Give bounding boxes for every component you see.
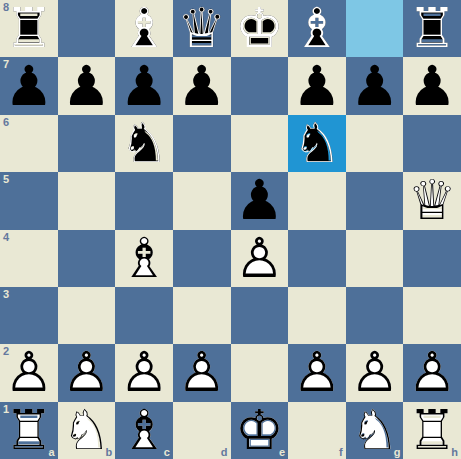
black-piece-outline-glyph: ♕ [173, 0, 231, 57]
square-g2[interactable]: ♟♙ [346, 344, 404, 401]
square-d7[interactable]: ♟ [173, 57, 231, 114]
square-e1[interactable]: e♚♔ [231, 402, 289, 459]
square-a6[interactable]: 6 [0, 115, 58, 172]
square-b1[interactable]: b♞♘ [58, 402, 116, 459]
square-a5[interactable]: 5 [0, 172, 58, 229]
rank-label-5: 5 [3, 173, 9, 185]
black-piece-outline-glyph: ♘ [115, 115, 173, 172]
piece-white-queen[interactable]: ♛♕ [403, 172, 461, 229]
square-g3[interactable] [346, 287, 404, 344]
square-e2[interactable] [231, 344, 289, 401]
square-f7[interactable]: ♟ [288, 57, 346, 114]
white-piece-outline-glyph: ♕ [403, 172, 461, 229]
white-piece-fill-glyph: ♞ [346, 402, 404, 459]
square-g1[interactable]: g♞♘ [346, 402, 404, 459]
white-piece-fill-glyph: ♝ [115, 230, 173, 287]
black-piece-fill-glyph: ♛ [173, 0, 231, 57]
piece-white-pawn[interactable]: ♟♙ [288, 344, 346, 401]
piece-white-knight[interactable]: ♞♘ [58, 402, 116, 459]
piece-black-pawn[interactable]: ♟ [346, 57, 404, 114]
black-piece-fill-glyph: ♝ [115, 0, 173, 57]
white-piece-fill-glyph: ♟ [403, 344, 461, 401]
square-g6[interactable] [346, 115, 404, 172]
white-piece-outline-glyph: ♙ [173, 344, 231, 401]
file-label-d: d [221, 446, 228, 458]
white-piece-outline-glyph: ♔ [231, 402, 289, 459]
piece-black-rook[interactable]: ♜♖ [403, 0, 461, 57]
white-piece-fill-glyph: ♟ [115, 344, 173, 401]
piece-white-pawn[interactable]: ♟♙ [115, 344, 173, 401]
white-piece-fill-glyph: ♛ [403, 172, 461, 229]
square-e4[interactable]: ♟♙ [231, 230, 289, 287]
square-e6[interactable] [231, 115, 289, 172]
black-piece-outline-glyph: ♖ [0, 0, 58, 57]
black-piece-outline-glyph: ♗ [115, 0, 173, 57]
white-piece-outline-glyph: ♗ [115, 402, 173, 459]
square-c7[interactable]: ♟ [115, 57, 173, 114]
black-piece-fill-glyph: ♟ [403, 57, 461, 114]
square-h4[interactable] [403, 230, 461, 287]
square-a3[interactable]: 3 [0, 287, 58, 344]
black-piece-outline-glyph: ♔ [231, 0, 289, 57]
square-a4[interactable]: 4 [0, 230, 58, 287]
white-piece-outline-glyph: ♘ [58, 402, 116, 459]
piece-white-rook[interactable]: ♜♖ [403, 402, 461, 459]
white-piece-fill-glyph: ♜ [403, 402, 461, 459]
white-piece-outline-glyph: ♗ [115, 230, 173, 287]
piece-black-pawn[interactable]: ♟ [403, 57, 461, 114]
square-e3[interactable] [231, 287, 289, 344]
white-piece-fill-glyph: ♝ [115, 402, 173, 459]
white-piece-outline-glyph: ♖ [0, 402, 58, 459]
square-c4[interactable]: ♝♗ [115, 230, 173, 287]
square-f8[interactable]: ♝♗ [288, 0, 346, 57]
square-b2[interactable]: ♟♙ [58, 344, 116, 401]
piece-white-pawn[interactable]: ♟♙ [346, 344, 404, 401]
square-h5[interactable]: ♛♕ [403, 172, 461, 229]
piece-white-pawn[interactable]: ♟♙ [403, 344, 461, 401]
black-piece-fill-glyph: ♝ [288, 0, 346, 57]
square-f4[interactable] [288, 230, 346, 287]
white-piece-outline-glyph: ♙ [115, 344, 173, 401]
square-c8[interactable]: ♝♗ [115, 0, 173, 57]
square-d6[interactable] [173, 115, 231, 172]
white-piece-outline-glyph: ♙ [58, 344, 116, 401]
black-piece-fill-glyph: ♟ [0, 57, 58, 114]
white-piece-fill-glyph: ♟ [346, 344, 404, 401]
square-a8[interactable]: 8♜♖ [0, 0, 58, 57]
white-piece-outline-glyph: ♙ [288, 344, 346, 401]
square-c5[interactable] [115, 172, 173, 229]
square-g4[interactable] [346, 230, 404, 287]
black-piece-fill-glyph: ♜ [403, 0, 461, 57]
black-piece-fill-glyph: ♜ [0, 0, 58, 57]
piece-white-pawn[interactable]: ♟♙ [0, 344, 58, 401]
black-piece-fill-glyph: ♟ [173, 57, 231, 114]
square-f2[interactable]: ♟♙ [288, 344, 346, 401]
white-piece-fill-glyph: ♟ [58, 344, 116, 401]
square-a2[interactable]: 2♟♙ [0, 344, 58, 401]
chess-board: 8♜♖♝♗♛♕♚♔♝♗♜♖7♟♟♟♟♟♟♟6♞♘♞♘5♟♛♕4♝♗♟♙32♟♙♟… [0, 0, 461, 459]
square-f3[interactable] [288, 287, 346, 344]
black-piece-fill-glyph: ♞ [288, 115, 346, 172]
black-piece-fill-glyph: ♟ [231, 172, 289, 229]
black-piece-outline-glyph: ♖ [403, 0, 461, 57]
piece-black-knight[interactable]: ♞♘ [115, 115, 173, 172]
piece-white-pawn[interactable]: ♟♙ [173, 344, 231, 401]
black-piece-outline-glyph: ♗ [288, 0, 346, 57]
piece-black-bishop[interactable]: ♝♗ [288, 0, 346, 57]
square-a1[interactable]: 1a♜♖ [0, 402, 58, 459]
white-piece-fill-glyph: ♞ [58, 402, 116, 459]
square-f5[interactable] [288, 172, 346, 229]
piece-black-pawn[interactable]: ♟ [173, 57, 231, 114]
piece-black-pawn[interactable]: ♟ [0, 57, 58, 114]
square-b3[interactable] [58, 287, 116, 344]
black-piece-fill-glyph: ♟ [288, 57, 346, 114]
piece-white-rook[interactable]: ♜♖ [0, 402, 58, 459]
square-g7[interactable]: ♟ [346, 57, 404, 114]
white-piece-fill-glyph: ♟ [231, 230, 289, 287]
piece-black-knight[interactable]: ♞♘ [288, 115, 346, 172]
square-b6[interactable] [58, 115, 116, 172]
square-c6[interactable]: ♞♘ [115, 115, 173, 172]
square-h6[interactable] [403, 115, 461, 172]
white-piece-fill-glyph: ♟ [173, 344, 231, 401]
square-d2[interactable]: ♟♙ [173, 344, 231, 401]
square-e5[interactable]: ♟ [231, 172, 289, 229]
white-piece-fill-glyph: ♟ [0, 344, 58, 401]
white-piece-outline-glyph: ♘ [346, 402, 404, 459]
square-c2[interactable]: ♟♙ [115, 344, 173, 401]
white-piece-outline-glyph: ♙ [346, 344, 404, 401]
piece-black-pawn[interactable]: ♟ [115, 57, 173, 114]
piece-black-pawn[interactable]: ♟ [58, 57, 116, 114]
rank-label-3: 3 [3, 288, 9, 300]
square-f6[interactable]: ♞♘ [288, 115, 346, 172]
square-d1[interactable]: d [173, 402, 231, 459]
square-h8[interactable]: ♜♖ [403, 0, 461, 57]
square-f1[interactable]: f [288, 402, 346, 459]
white-piece-outline-glyph: ♙ [403, 344, 461, 401]
black-piece-fill-glyph: ♟ [115, 57, 173, 114]
rank-label-4: 4 [3, 231, 9, 243]
file-label-f: f [339, 446, 343, 458]
square-d8[interactable]: ♛♕ [173, 0, 231, 57]
piece-black-rook[interactable]: ♜♖ [0, 0, 58, 57]
square-b7[interactable]: ♟ [58, 57, 116, 114]
piece-white-bishop[interactable]: ♝♗ [115, 230, 173, 287]
piece-white-knight[interactable]: ♞♘ [346, 402, 404, 459]
square-d4[interactable] [173, 230, 231, 287]
black-piece-fill-glyph: ♟ [58, 57, 116, 114]
black-piece-fill-glyph: ♞ [115, 115, 173, 172]
square-h1[interactable]: h♜♖ [403, 402, 461, 459]
white-piece-fill-glyph: ♚ [231, 402, 289, 459]
piece-white-pawn[interactable]: ♟♙ [231, 230, 289, 287]
piece-black-queen[interactable]: ♛♕ [173, 0, 231, 57]
square-g5[interactable] [346, 172, 404, 229]
white-piece-outline-glyph: ♙ [0, 344, 58, 401]
square-h2[interactable]: ♟♙ [403, 344, 461, 401]
square-h3[interactable] [403, 287, 461, 344]
rank-label-6: 6 [3, 116, 9, 128]
piece-white-pawn[interactable]: ♟♙ [58, 344, 116, 401]
white-piece-fill-glyph: ♜ [0, 402, 58, 459]
square-c1[interactable]: c♝♗ [115, 402, 173, 459]
square-d5[interactable] [173, 172, 231, 229]
square-e8[interactable]: ♚♔ [231, 0, 289, 57]
piece-black-king[interactable]: ♚♔ [231, 0, 289, 57]
piece-black-pawn[interactable]: ♟ [288, 57, 346, 114]
piece-black-bishop[interactable]: ♝♗ [115, 0, 173, 57]
black-piece-outline-glyph: ♘ [288, 115, 346, 172]
square-b8[interactable] [58, 0, 116, 57]
square-a7[interactable]: 7♟ [0, 57, 58, 114]
white-piece-outline-glyph: ♙ [231, 230, 289, 287]
square-h7[interactable]: ♟ [403, 57, 461, 114]
black-piece-fill-glyph: ♟ [346, 57, 404, 114]
white-piece-outline-glyph: ♖ [403, 402, 461, 459]
square-d3[interactable] [173, 287, 231, 344]
square-c3[interactable] [115, 287, 173, 344]
square-g8[interactable] [346, 0, 404, 57]
white-piece-fill-glyph: ♟ [288, 344, 346, 401]
black-piece-fill-glyph: ♚ [231, 0, 289, 57]
square-b4[interactable] [58, 230, 116, 287]
piece-white-bishop[interactable]: ♝♗ [115, 402, 173, 459]
square-b5[interactable] [58, 172, 116, 229]
square-e7[interactable] [231, 57, 289, 114]
piece-black-pawn[interactable]: ♟ [231, 172, 289, 229]
piece-white-king[interactable]: ♚♔ [231, 402, 289, 459]
